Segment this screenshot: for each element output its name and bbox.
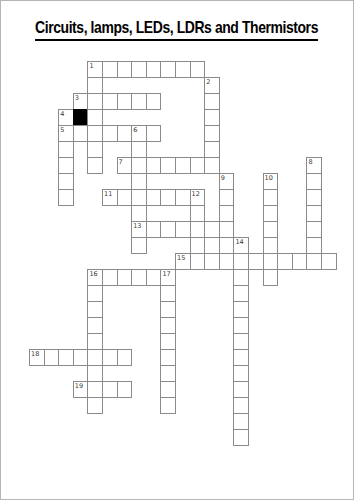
crossword-cell[interactable] bbox=[73, 381, 89, 398]
crossword-board: 12345678910111213141516171819 bbox=[29, 61, 338, 446]
crossword-cell[interactable] bbox=[131, 93, 147, 110]
crossword-cell[interactable] bbox=[58, 141, 74, 158]
crossword-cell[interactable] bbox=[219, 173, 235, 190]
crossword-cell[interactable] bbox=[87, 301, 103, 318]
crossword-cell[interactable] bbox=[117, 189, 133, 206]
crossword-cell[interactable] bbox=[131, 157, 147, 174]
crossword-cell[interactable] bbox=[204, 157, 220, 174]
crossword-cell[interactable] bbox=[73, 125, 89, 142]
crossword-cell[interactable] bbox=[102, 125, 118, 142]
crossword-cell[interactable] bbox=[160, 189, 176, 206]
crossword-cell[interactable] bbox=[58, 125, 74, 142]
crossword-cell[interactable] bbox=[102, 381, 118, 398]
crossword-cell[interactable] bbox=[219, 237, 235, 254]
crossword-cell[interactable] bbox=[263, 189, 279, 206]
crossword-cell[interactable] bbox=[160, 221, 176, 238]
crossword-cell[interactable] bbox=[160, 333, 176, 350]
crossword-cell[interactable] bbox=[175, 61, 191, 78]
crossword-cell[interactable] bbox=[87, 125, 103, 142]
crossword-cell[interactable] bbox=[190, 237, 206, 254]
crossword-cell[interactable] bbox=[131, 173, 147, 190]
crossword-cell[interactable] bbox=[131, 205, 147, 222]
crossword-cell[interactable] bbox=[117, 381, 133, 398]
crossword-cell[interactable] bbox=[87, 333, 103, 350]
crossword-cell[interactable] bbox=[87, 109, 103, 126]
crossword-cell[interactable] bbox=[233, 333, 249, 350]
crossword-cell[interactable] bbox=[233, 317, 249, 334]
crossword-cell[interactable] bbox=[117, 61, 133, 78]
crossword-cell[interactable] bbox=[58, 157, 74, 174]
crossword-cell[interactable] bbox=[233, 285, 249, 302]
crossword-cell[interactable] bbox=[131, 221, 147, 238]
crossword-cell[interactable] bbox=[131, 141, 147, 158]
crossword-cell[interactable] bbox=[146, 269, 162, 286]
crossword-cell[interactable] bbox=[233, 365, 249, 382]
crossword-cell[interactable] bbox=[233, 349, 249, 366]
title-wrap: Circuits, lamps, LEDs, LDRs and Thermist… bbox=[1, 18, 353, 41]
crossword-cell[interactable] bbox=[131, 269, 147, 286]
crossword-cell[interactable] bbox=[117, 349, 133, 366]
crossword-cell[interactable] bbox=[117, 93, 133, 110]
crossword-cell[interactable] bbox=[102, 189, 118, 206]
crossword-cell[interactable] bbox=[58, 349, 74, 366]
crossword-cell[interactable] bbox=[263, 205, 279, 222]
crossword-cell[interactable] bbox=[233, 413, 249, 430]
crossword-cell[interactable] bbox=[131, 125, 147, 142]
crossword-cell[interactable] bbox=[204, 109, 220, 126]
crossword-cell[interactable] bbox=[160, 61, 176, 78]
crossword-cell[interactable] bbox=[102, 93, 118, 110]
crossword-cell[interactable] bbox=[219, 221, 235, 238]
crossword-cell[interactable] bbox=[160, 301, 176, 318]
crossword-cell[interactable] bbox=[219, 253, 235, 270]
crossword-cell[interactable] bbox=[233, 397, 249, 414]
crossword-cell[interactable] bbox=[263, 173, 279, 190]
crossword-cell[interactable] bbox=[73, 93, 89, 110]
crossword-cell[interactable] bbox=[87, 285, 103, 302]
crossword-cell[interactable] bbox=[131, 189, 147, 206]
crossword-cell[interactable] bbox=[87, 93, 103, 110]
crossword-cell[interactable] bbox=[146, 93, 162, 110]
crossword-worksheet-page: Circuits, lamps, LEDs, LDRs and Thermist… bbox=[0, 0, 354, 500]
crossword-cell[interactable] bbox=[175, 253, 191, 270]
crossword-cell[interactable] bbox=[146, 125, 162, 142]
crossword-cell[interactable] bbox=[263, 221, 279, 238]
crossword-cell[interactable] bbox=[190, 189, 206, 206]
crossword-cell[interactable] bbox=[87, 61, 103, 78]
crossword-cell[interactable] bbox=[233, 429, 249, 446]
crossword-cell[interactable] bbox=[190, 61, 206, 78]
crossword-cell[interactable] bbox=[204, 221, 220, 238]
crossword-cell[interactable] bbox=[190, 253, 206, 270]
crossword-cell[interactable] bbox=[146, 189, 162, 206]
crossword-cell[interactable] bbox=[204, 93, 220, 110]
crossword-cell[interactable] bbox=[190, 205, 206, 222]
crossword-cell[interactable] bbox=[146, 157, 162, 174]
crossword-cell[interactable] bbox=[87, 349, 103, 366]
crossword-cell[interactable] bbox=[321, 253, 337, 270]
crossword-cell[interactable] bbox=[87, 141, 103, 158]
crossword-cell[interactable] bbox=[233, 381, 249, 398]
crossword-cell[interactable] bbox=[306, 237, 322, 254]
crossword-cell[interactable] bbox=[29, 349, 45, 366]
crossword-cell[interactable] bbox=[131, 61, 147, 78]
crossword-cell[interactable] bbox=[233, 237, 249, 254]
crossword-cell[interactable] bbox=[160, 157, 176, 174]
crossword-cell[interactable] bbox=[175, 189, 191, 206]
crossword-cell[interactable] bbox=[146, 221, 162, 238]
crossword-cell[interactable] bbox=[87, 157, 103, 174]
crossword-cell[interactable] bbox=[160, 285, 176, 302]
crossword-cell[interactable] bbox=[87, 397, 103, 414]
crossword-cell[interactable] bbox=[306, 189, 322, 206]
crossword-cell[interactable] bbox=[146, 61, 162, 78]
crossword-cell[interactable] bbox=[58, 189, 74, 206]
crossword-cell[interactable] bbox=[204, 77, 220, 94]
crossword-cell[interactable] bbox=[204, 141, 220, 158]
blocked-cell bbox=[73, 109, 89, 126]
crossword-cell[interactable] bbox=[102, 349, 118, 366]
crossword-cell[interactable] bbox=[102, 269, 118, 286]
page-title: Circuits, lamps, LEDs, LDRs and Thermist… bbox=[36, 18, 319, 41]
crossword-cell[interactable] bbox=[87, 317, 103, 334]
crossword-cell[interactable] bbox=[117, 125, 133, 142]
crossword-cell[interactable] bbox=[131, 237, 147, 254]
crossword-cell[interactable] bbox=[306, 253, 322, 270]
crossword-cell[interactable] bbox=[204, 125, 220, 142]
crossword-cell[interactable] bbox=[219, 205, 235, 222]
crossword-cell[interactable] bbox=[87, 77, 103, 94]
crossword-cell[interactable] bbox=[87, 381, 103, 398]
crossword-cell[interactable] bbox=[117, 269, 133, 286]
crossword-cell[interactable] bbox=[175, 157, 191, 174]
crossword-cell[interactable] bbox=[219, 189, 235, 206]
crossword-cell[interactable] bbox=[117, 157, 133, 174]
crossword-cell[interactable] bbox=[233, 253, 249, 270]
crossword-cell[interactable] bbox=[306, 205, 322, 222]
crossword-cell[interactable] bbox=[73, 349, 89, 366]
crossword-cell[interactable] bbox=[204, 253, 220, 270]
crossword-cell[interactable] bbox=[160, 349, 176, 366]
crossword-cell[interactable] bbox=[263, 269, 279, 286]
crossword-cell[interactable] bbox=[190, 157, 206, 174]
crossword-cell[interactable] bbox=[160, 269, 176, 286]
crossword-cell[interactable] bbox=[58, 173, 74, 190]
crossword-cell[interactable] bbox=[248, 253, 264, 270]
crossword-cell[interactable] bbox=[277, 253, 293, 270]
crossword-cell[interactable] bbox=[306, 173, 322, 190]
crossword-cell[interactable] bbox=[160, 317, 176, 334]
crossword-cell[interactable] bbox=[160, 397, 176, 414]
crossword-cell[interactable] bbox=[263, 237, 279, 254]
crossword-cell[interactable] bbox=[87, 269, 103, 286]
crossword-cell[interactable] bbox=[306, 221, 322, 238]
crossword-cell[interactable] bbox=[44, 349, 60, 366]
crossword-cell[interactable] bbox=[233, 301, 249, 318]
crossword-cell[interactable] bbox=[87, 365, 103, 382]
crossword-cell[interactable] bbox=[292, 253, 308, 270]
crossword-cell[interactable] bbox=[175, 221, 191, 238]
crossword-cell[interactable] bbox=[160, 381, 176, 398]
crossword-cell[interactable] bbox=[160, 365, 176, 382]
crossword-cell[interactable] bbox=[263, 253, 279, 270]
crossword-cell[interactable] bbox=[102, 61, 118, 78]
crossword-cell[interactable] bbox=[58, 109, 74, 126]
crossword-cell[interactable] bbox=[306, 157, 322, 174]
crossword-cell[interactable] bbox=[233, 269, 249, 286]
crossword-cell[interactable] bbox=[190, 221, 206, 238]
